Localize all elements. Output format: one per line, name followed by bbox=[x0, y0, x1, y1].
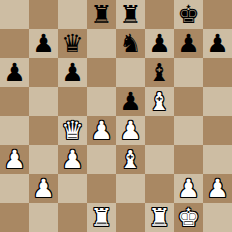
square-b8[interactable] bbox=[29, 0, 58, 29]
square-g4[interactable] bbox=[174, 116, 203, 145]
square-a7[interactable] bbox=[0, 29, 29, 58]
square-a2[interactable] bbox=[0, 174, 29, 203]
black-pawn-piece[interactable]: ♟ bbox=[148, 29, 170, 58]
black-queen-piece[interactable]: ♛ bbox=[61, 29, 83, 58]
square-d4[interactable]: ♟ bbox=[87, 116, 116, 145]
chess-diagram: ♜♜♚♟♛♞♟♟♟♟♟♝♟♝♛♟♟♟♟♝♟♟♟♜♜♚ bbox=[0, 0, 232, 232]
square-g6[interactable] bbox=[174, 58, 203, 87]
square-h3[interactable] bbox=[203, 145, 232, 174]
square-c4[interactable]: ♛ bbox=[58, 116, 87, 145]
white-pawn-piece[interactable]: ♟ bbox=[90, 116, 112, 145]
white-pawn-piece[interactable]: ♟ bbox=[32, 174, 54, 203]
square-d3[interactable] bbox=[87, 145, 116, 174]
square-a5[interactable] bbox=[0, 87, 29, 116]
white-pawn-piece[interactable]: ♟ bbox=[206, 174, 228, 203]
square-c8[interactable] bbox=[58, 0, 87, 29]
square-h7[interactable]: ♟ bbox=[203, 29, 232, 58]
square-e4[interactable]: ♟ bbox=[116, 116, 145, 145]
white-pawn-piece[interactable]: ♟ bbox=[3, 145, 25, 174]
square-f8[interactable] bbox=[145, 0, 174, 29]
square-g1[interactable]: ♚ bbox=[174, 203, 203, 232]
square-e7[interactable]: ♞ bbox=[116, 29, 145, 58]
square-a8[interactable] bbox=[0, 0, 29, 29]
white-bishop-piece[interactable]: ♝ bbox=[119, 145, 141, 174]
square-d2[interactable] bbox=[87, 174, 116, 203]
black-rook-piece[interactable]: ♜ bbox=[90, 0, 112, 29]
black-pawn-piece[interactable]: ♟ bbox=[119, 87, 141, 116]
square-h8[interactable] bbox=[203, 0, 232, 29]
square-h4[interactable] bbox=[203, 116, 232, 145]
square-d8[interactable]: ♜ bbox=[87, 0, 116, 29]
black-pawn-piece[interactable]: ♟ bbox=[206, 29, 228, 58]
square-a1[interactable] bbox=[0, 203, 29, 232]
square-e1[interactable] bbox=[116, 203, 145, 232]
square-g3[interactable] bbox=[174, 145, 203, 174]
square-a3[interactable]: ♟ bbox=[0, 145, 29, 174]
square-g2[interactable]: ♟ bbox=[174, 174, 203, 203]
white-rook-piece[interactable]: ♜ bbox=[90, 203, 112, 232]
square-a4[interactable] bbox=[0, 116, 29, 145]
square-d1[interactable]: ♜ bbox=[87, 203, 116, 232]
square-c2[interactable] bbox=[58, 174, 87, 203]
square-h1[interactable] bbox=[203, 203, 232, 232]
square-f7[interactable]: ♟ bbox=[145, 29, 174, 58]
square-b2[interactable]: ♟ bbox=[29, 174, 58, 203]
black-rook-piece[interactable]: ♜ bbox=[119, 0, 141, 29]
square-f2[interactable] bbox=[145, 174, 174, 203]
white-rook-piece[interactable]: ♜ bbox=[148, 203, 170, 232]
square-b7[interactable]: ♟ bbox=[29, 29, 58, 58]
square-h6[interactable] bbox=[203, 58, 232, 87]
black-bishop-piece[interactable]: ♝ bbox=[148, 58, 170, 87]
square-b4[interactable] bbox=[29, 116, 58, 145]
white-king-piece[interactable]: ♚ bbox=[177, 203, 199, 232]
white-queen-piece[interactable]: ♛ bbox=[61, 116, 83, 145]
square-d6[interactable] bbox=[87, 58, 116, 87]
black-pawn-piece[interactable]: ♟ bbox=[32, 29, 54, 58]
square-e3[interactable]: ♝ bbox=[116, 145, 145, 174]
square-e5[interactable]: ♟ bbox=[116, 87, 145, 116]
square-g5[interactable] bbox=[174, 87, 203, 116]
black-king-piece[interactable]: ♚ bbox=[177, 0, 199, 29]
square-e6[interactable] bbox=[116, 58, 145, 87]
square-c6[interactable]: ♟ bbox=[58, 58, 87, 87]
square-h2[interactable]: ♟ bbox=[203, 174, 232, 203]
square-d7[interactable] bbox=[87, 29, 116, 58]
white-pawn-piece[interactable]: ♟ bbox=[61, 145, 83, 174]
square-e8[interactable]: ♜ bbox=[116, 0, 145, 29]
square-a6[interactable]: ♟ bbox=[0, 58, 29, 87]
square-b1[interactable] bbox=[29, 203, 58, 232]
black-pawn-piece[interactable]: ♟ bbox=[3, 58, 25, 87]
white-pawn-piece[interactable]: ♟ bbox=[119, 116, 141, 145]
square-b6[interactable] bbox=[29, 58, 58, 87]
square-d5[interactable] bbox=[87, 87, 116, 116]
square-f3[interactable] bbox=[145, 145, 174, 174]
black-pawn-piece[interactable]: ♟ bbox=[177, 29, 199, 58]
square-f5[interactable]: ♝ bbox=[145, 87, 174, 116]
white-pawn-piece[interactable]: ♟ bbox=[177, 174, 199, 203]
square-f6[interactable]: ♝ bbox=[145, 58, 174, 87]
square-c1[interactable] bbox=[58, 203, 87, 232]
square-h5[interactable] bbox=[203, 87, 232, 116]
black-knight-piece[interactable]: ♞ bbox=[119, 29, 141, 58]
black-pawn-piece[interactable]: ♟ bbox=[61, 58, 83, 87]
white-bishop-piece[interactable]: ♝ bbox=[148, 87, 170, 116]
square-g7[interactable]: ♟ bbox=[174, 29, 203, 58]
square-f4[interactable] bbox=[145, 116, 174, 145]
square-g8[interactable]: ♚ bbox=[174, 0, 203, 29]
square-c3[interactable]: ♟ bbox=[58, 145, 87, 174]
square-f1[interactable]: ♜ bbox=[145, 203, 174, 232]
chess-board: ♜♜♚♟♛♞♟♟♟♟♟♝♟♝♛♟♟♟♟♝♟♟♟♜♜♚ bbox=[0, 0, 232, 232]
square-b3[interactable] bbox=[29, 145, 58, 174]
square-c7[interactable]: ♛ bbox=[58, 29, 87, 58]
square-c5[interactable] bbox=[58, 87, 87, 116]
square-b5[interactable] bbox=[29, 87, 58, 116]
square-e2[interactable] bbox=[116, 174, 145, 203]
